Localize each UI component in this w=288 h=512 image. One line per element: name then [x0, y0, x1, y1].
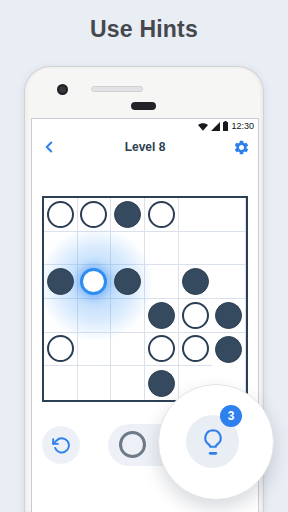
chevron-left-icon	[40, 138, 58, 156]
board-cell-r4c6[interactable]	[212, 299, 246, 333]
board-grid	[42, 196, 248, 402]
board-cell-r1c2[interactable]	[78, 198, 112, 232]
board-cell-r4c4[interactable]	[145, 299, 179, 333]
board-cell-r6c2[interactable]	[78, 366, 112, 400]
board-cell-r3c1[interactable]	[44, 265, 78, 299]
white-circle-piece	[80, 201, 107, 228]
white-circle-piece	[47, 335, 74, 362]
lightbulb-icon	[200, 427, 226, 457]
earpiece-speaker	[91, 86, 143, 92]
board-cell-r6c1[interactable]	[44, 366, 78, 400]
black-circle-piece	[182, 268, 209, 295]
page-title: Use Hints	[0, 16, 288, 43]
status-time: 12:30	[231, 121, 254, 131]
settings-button[interactable]	[231, 137, 251, 157]
gear-icon	[233, 139, 250, 156]
board-cell-r1c6[interactable]	[212, 198, 246, 232]
white-circle-piece	[148, 335, 175, 362]
board-cell-r5c1[interactable]	[44, 333, 78, 367]
white-circle-piece	[182, 302, 209, 329]
board-cell-r5c3[interactable]	[111, 333, 145, 367]
wifi-icon	[198, 122, 208, 131]
board-cell-r2c5[interactable]	[179, 232, 213, 266]
board-cell-r3c2[interactable]	[78, 265, 112, 299]
board-cell-r5c5[interactable]	[179, 333, 213, 367]
hint-count-badge: 3	[220, 405, 242, 427]
board-cell-r4c1[interactable]	[44, 299, 78, 333]
front-camera	[57, 84, 68, 95]
board-cell-r2c6[interactable]	[212, 232, 246, 266]
board-cell-r3c3[interactable]	[111, 265, 145, 299]
status-bar: 12:30	[198, 121, 254, 131]
board-cell-r5c4[interactable]	[145, 333, 179, 367]
game-header: Level 8	[32, 132, 258, 162]
black-circle-piece	[215, 336, 242, 363]
board-cell-r2c4[interactable]	[145, 232, 179, 266]
board-cell-r2c1[interactable]	[44, 232, 78, 266]
undo-icon	[52, 436, 71, 455]
battery-icon	[223, 121, 228, 131]
board-cell-r1c4[interactable]	[145, 198, 179, 232]
black-circle-piece	[47, 268, 74, 295]
board-cell-r4c2[interactable]	[78, 299, 112, 333]
board-cell-r4c5[interactable]	[179, 299, 213, 333]
board-cell-r2c2[interactable]	[78, 232, 112, 266]
board-cell-r2c3[interactable]	[111, 232, 145, 266]
board-cell-r5c2[interactable]	[78, 333, 112, 367]
top-speaker-grill	[131, 102, 156, 110]
black-circle-piece	[148, 302, 175, 329]
level-title: Level 8	[59, 140, 231, 154]
black-circle-piece	[148, 370, 175, 397]
white-circle-piece	[80, 268, 107, 295]
board-cell-r3c4[interactable]	[145, 265, 179, 299]
back-button[interactable]	[39, 137, 59, 157]
white-circle-piece	[47, 201, 74, 228]
board-cell-r1c5[interactable]	[179, 198, 213, 232]
white-circle-piece	[182, 335, 209, 362]
board-cell-r1c3[interactable]	[111, 198, 145, 232]
board-cell-r5c6[interactable]	[212, 333, 246, 367]
board-cell-r3c5[interactable]	[179, 265, 213, 299]
board-cell-r3c6[interactable]	[212, 265, 246, 299]
undo-button[interactable]	[42, 426, 80, 464]
black-circle-piece	[215, 302, 242, 329]
board-cell-r1c1[interactable]	[44, 198, 78, 232]
white-circle-piece	[148, 201, 175, 228]
black-circle-piece	[114, 201, 141, 228]
zoom-callout-bubble: 3	[158, 384, 274, 500]
board-cell-r6c3[interactable]	[111, 366, 145, 400]
black-circle-piece	[114, 268, 141, 295]
white-circle-option-icon[interactable]	[119, 431, 146, 458]
board-cell-r4c3[interactable]	[111, 299, 145, 333]
board-cell-r6c4[interactable]	[145, 366, 179, 400]
cellular-signal-icon	[211, 122, 220, 131]
